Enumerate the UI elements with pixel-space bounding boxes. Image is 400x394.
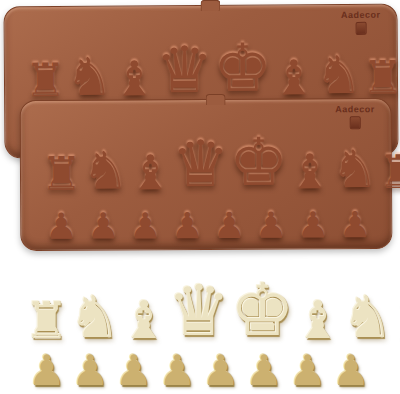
piece-rook: ♜ bbox=[393, 296, 400, 346]
brand-name: Aadecor bbox=[341, 10, 381, 20]
piece-pawn: ♟ bbox=[245, 350, 283, 392]
piece-rook: ♜ bbox=[24, 296, 69, 346]
mold-tray-front: Aadecor ♜♞♝♛♚♝♞♜ ♟♟♟♟♟♟♟♟ bbox=[20, 98, 393, 251]
piece-pawn: ♟ bbox=[297, 207, 329, 243]
mold-front-pawn-row: ♟♟♟♟♟♟♟♟ bbox=[45, 203, 371, 245]
piece-pawn: ♟ bbox=[255, 208, 287, 244]
piece-bishop: ♝ bbox=[288, 147, 331, 195]
piece-knight: ♞ bbox=[341, 288, 393, 346]
piece-bishop: ♝ bbox=[129, 148, 172, 196]
piece-pawn: ♟ bbox=[158, 350, 196, 392]
piece-pawn: ♟ bbox=[129, 208, 161, 244]
piece-pawn: ♟ bbox=[45, 209, 77, 245]
hanging-tab bbox=[200, 0, 220, 11]
piece-rook: ♜ bbox=[25, 57, 67, 103]
piece-knight: ♞ bbox=[82, 144, 129, 196]
cast-major-row: ♜♞♝♛♚♝♞♜ bbox=[24, 260, 378, 346]
piece-rook: ♜ bbox=[378, 149, 400, 195]
piece-pawn: ♟ bbox=[171, 208, 203, 244]
piece-knight: ♞ bbox=[331, 143, 378, 195]
piece-pawn: ♟ bbox=[28, 350, 66, 392]
piece-king: ♚ bbox=[230, 274, 295, 346]
mold-front-major-row: ♜♞♝♛♚♝♞♜ bbox=[41, 113, 375, 197]
piece-pawn: ♟ bbox=[332, 350, 370, 392]
hanging-tab bbox=[206, 94, 226, 105]
product-photo: Aadecor ♜♞♝♛♚♝♞♜ ♟♟♟♟♟♟♟♟ Aadecor ♜♞♝♛♚♝… bbox=[0, 0, 400, 394]
piece-knight: ♞ bbox=[315, 49, 362, 101]
piece-rook: ♜ bbox=[362, 55, 400, 101]
piece-king: ♚ bbox=[213, 36, 273, 102]
piece-queen: ♛ bbox=[172, 132, 230, 196]
piece-bishop: ♝ bbox=[295, 294, 342, 346]
piece-bishop: ♝ bbox=[113, 54, 156, 102]
piece-bishop: ♝ bbox=[121, 294, 168, 346]
brand-mark: Aadecor bbox=[335, 104, 375, 129]
piece-bishop: ♝ bbox=[272, 53, 315, 101]
piece-pawn: ♟ bbox=[71, 350, 109, 392]
piece-pawn: ♟ bbox=[202, 350, 240, 392]
mold-back-major-row: ♜♞♝♛♚♝♞♜ bbox=[25, 19, 382, 103]
cast-pieces: ♜♞♝♛♚♝♞♜ ♟♟♟♟♟♟♟♟ bbox=[0, 248, 400, 394]
piece-queen: ♛ bbox=[156, 38, 214, 102]
piece-pawn: ♟ bbox=[289, 350, 327, 392]
piece-pawn: ♟ bbox=[115, 350, 153, 392]
piece-king: ♚ bbox=[229, 130, 289, 196]
piece-queen: ♛ bbox=[167, 276, 230, 346]
piece-knight: ♞ bbox=[69, 288, 121, 346]
piece-pawn: ♟ bbox=[339, 207, 371, 243]
piece-knight: ♞ bbox=[66, 51, 113, 103]
cast-pawn-row: ♟♟♟♟♟♟♟♟ bbox=[28, 348, 370, 392]
piece-rook: ♜ bbox=[41, 151, 82, 197]
piece-pawn: ♟ bbox=[87, 208, 119, 244]
piece-pawn: ♟ bbox=[213, 208, 245, 244]
brand-logo-icon bbox=[349, 116, 360, 129]
brand-name: Aadecor bbox=[335, 104, 375, 114]
brand-logo-icon bbox=[355, 22, 366, 35]
brand-mark: Aadecor bbox=[341, 10, 381, 35]
